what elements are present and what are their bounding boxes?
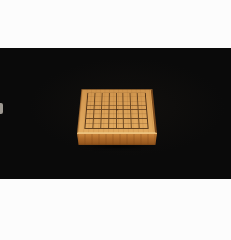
board-grid bbox=[84, 93, 148, 129]
go-board bbox=[77, 89, 157, 133]
center-star-point bbox=[116, 109, 118, 110]
photo-background bbox=[0, 48, 231, 179]
grid-cell bbox=[117, 123, 125, 128]
board-front-edge bbox=[77, 133, 157, 145]
grid-cell bbox=[109, 123, 117, 128]
grid-cell bbox=[140, 123, 148, 128]
grid-cell bbox=[101, 123, 109, 128]
edge-object bbox=[0, 103, 3, 114]
grid-cell bbox=[124, 123, 132, 128]
